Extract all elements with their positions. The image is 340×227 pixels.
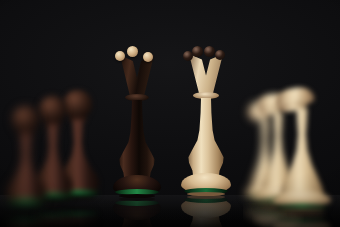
crown-ball [204, 46, 215, 57]
queen-foot [187, 192, 225, 196]
queen-collar [125, 94, 149, 101]
pawn-foot [279, 208, 325, 213]
light-pawn-front [270, 88, 334, 214]
crown-ball [215, 50, 225, 60]
pawn-head [12, 106, 39, 133]
dark-pawn-front [0, 106, 52, 212]
black-queen [107, 42, 167, 198]
white-queen [177, 41, 235, 196]
chess-photo-scene [0, 0, 340, 227]
crown-ball [143, 52, 153, 62]
queen-foot [119, 194, 155, 198]
crown-ball [192, 46, 203, 57]
queen-body [186, 98, 226, 175]
queen-crown [189, 54, 223, 94]
queen-body [117, 100, 157, 177]
crown-ball [127, 46, 138, 57]
pawn-foot [9, 204, 42, 208]
pawn-body [274, 108, 329, 196]
pawn-body [3, 134, 49, 202]
crown-ball [115, 51, 125, 61]
queen-collar [193, 92, 219, 99]
